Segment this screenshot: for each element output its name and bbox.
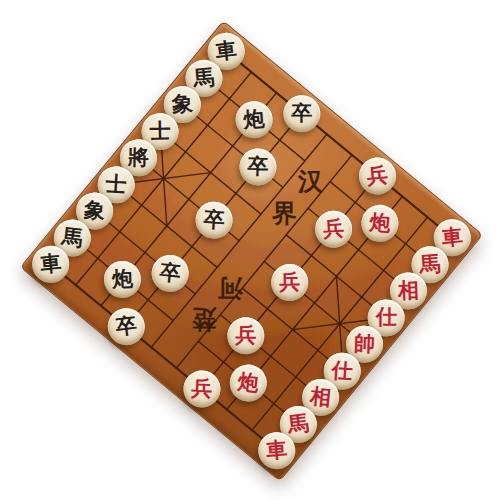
piece-character: 馬 bbox=[192, 67, 215, 90]
piece-character: 兵 bbox=[278, 272, 299, 293]
piece-character: 馬 bbox=[419, 253, 441, 275]
piece-character: 炮 bbox=[368, 212, 391, 235]
board-grid-lines bbox=[21, 22, 482, 480]
piece-character: 仕 bbox=[331, 360, 353, 382]
product-photo: 汉界河楚 車馬象士將士象馬車炮炮卒卒卒卒卒兵兵兵兵兵炮炮車馬相仕帥仕相馬車 bbox=[0, 0, 500, 500]
piece-character: 相 bbox=[397, 280, 419, 302]
piece-character: 炮 bbox=[236, 371, 259, 394]
piece-character: 車 bbox=[265, 440, 288, 463]
river-label-he: 河 bbox=[217, 272, 242, 305]
piece-character: 兵 bbox=[190, 378, 212, 400]
piece-character: 車 bbox=[39, 253, 62, 276]
piece-character: 士 bbox=[105, 173, 127, 195]
piece-character: 象 bbox=[83, 200, 106, 223]
river-label-han: 汉 bbox=[298, 166, 323, 199]
piece-character: 帥 bbox=[353, 334, 375, 356]
piece-character: 象 bbox=[171, 94, 193, 116]
piece-character: 士 bbox=[149, 121, 170, 142]
piece-character: 兵 bbox=[234, 325, 255, 346]
piece-character: 卒 bbox=[291, 103, 312, 124]
piece-character: 炮 bbox=[243, 108, 265, 130]
piece-character: 車 bbox=[441, 226, 464, 249]
piece-character: 馬 bbox=[287, 413, 310, 436]
river-label-jie: 界 bbox=[272, 197, 297, 230]
river-label-chu: 楚 bbox=[191, 303, 216, 336]
piece-character: 卒 bbox=[158, 262, 181, 285]
xiangqi-board: 汉界河楚 車馬象士將士象馬車炮炮卒卒卒卒卒兵兵兵兵兵炮炮車馬相仕帥仕相馬車 bbox=[19, 20, 483, 481]
piece-character: 兵 bbox=[322, 218, 344, 240]
piece-character: 卒 bbox=[114, 315, 137, 338]
piece-character: 相 bbox=[309, 386, 332, 409]
piece-character: 馬 bbox=[60, 226, 83, 249]
piece-character: 卒 bbox=[202, 209, 224, 231]
piece-character: 炮 bbox=[112, 268, 134, 290]
piece-character: 車 bbox=[214, 40, 237, 63]
piece-character: 將 bbox=[127, 147, 148, 168]
piece-character: 仕 bbox=[376, 307, 397, 328]
piece-character: 卒 bbox=[246, 156, 268, 178]
piece-character: 兵 bbox=[365, 164, 388, 187]
